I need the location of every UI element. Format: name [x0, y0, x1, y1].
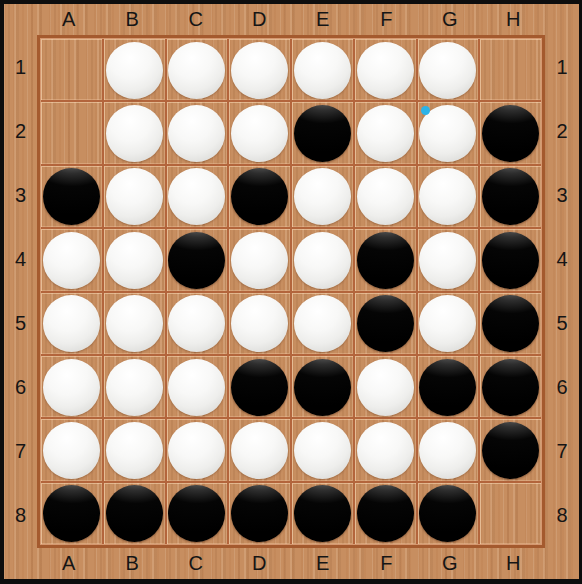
cell-H4[interactable]: ●: [480, 229, 541, 290]
cell-B6[interactable]: ○: [104, 356, 165, 417]
cell-A3[interactable]: ●: [41, 166, 102, 227]
cell-F7[interactable]: ○: [355, 419, 416, 480]
white-disc-glyph: ○: [168, 168, 225, 225]
row-label-right-1: 1: [545, 35, 579, 99]
col-label-top-D: D: [228, 4, 292, 35]
white-disc-glyph: ○: [419, 295, 476, 352]
white-disc-glyph: ○: [357, 105, 414, 162]
row-label-left-7: 7: [4, 420, 37, 484]
black-stone: ●: [168, 232, 225, 289]
black-stone: ●: [106, 485, 163, 542]
col-label-bottom-E: E: [291, 548, 355, 579]
cell-D1[interactable]: ○: [229, 39, 290, 100]
white-stone: ○: [294, 422, 351, 479]
cell-B1[interactable]: ○: [104, 39, 165, 100]
row-label-right-7: 7: [545, 420, 579, 484]
row-labels-left: 12345678: [4, 35, 37, 548]
black-disc-glyph: ●: [231, 359, 288, 416]
white-stone: ○: [419, 422, 476, 479]
column-labels-top: ABCDEFGH: [37, 4, 545, 35]
white-disc-glyph: ○: [294, 232, 351, 289]
black-stone: ●: [357, 485, 414, 542]
cell-C1[interactable]: ○: [167, 39, 228, 100]
white-stone: ○: [43, 295, 100, 352]
white-stone: ○: [43, 232, 100, 289]
white-stone: ○: [357, 168, 414, 225]
othello-board-grid: ○○○○○○○○○●○○●●○○●○○○●○○●○○●○●○○○○○●○●○○○…: [37, 35, 545, 548]
cell-G3[interactable]: ○: [418, 166, 479, 227]
white-disc-glyph: ○: [231, 295, 288, 352]
cell-E8[interactable]: ●: [292, 483, 353, 544]
cell-C7[interactable]: ○: [167, 419, 228, 480]
black-stone: ●: [231, 359, 288, 416]
cell-A2[interactable]: [41, 102, 102, 163]
cell-G1[interactable]: ○: [418, 39, 479, 100]
black-stone: ●: [482, 232, 539, 289]
cell-B4[interactable]: ○: [104, 229, 165, 290]
col-label-top-B: B: [101, 4, 165, 35]
cell-D5[interactable]: ○: [229, 293, 290, 354]
col-label-bottom-A: A: [37, 548, 101, 579]
white-disc-glyph: ○: [357, 42, 414, 99]
white-stone: ○: [43, 359, 100, 416]
white-stone: ○: [231, 295, 288, 352]
cell-D4[interactable]: ○: [229, 229, 290, 290]
black-disc-glyph: ●: [168, 232, 225, 289]
cell-D8[interactable]: ●: [229, 483, 290, 544]
black-stone: ●: [482, 295, 539, 352]
white-stone: ○: [168, 105, 225, 162]
col-label-top-A: A: [37, 4, 101, 35]
white-disc-glyph: ○: [106, 295, 163, 352]
row-label-right-8: 8: [545, 484, 579, 548]
cell-H1[interactable]: [480, 39, 541, 100]
black-stone: ●: [482, 168, 539, 225]
white-disc-glyph: ○: [419, 42, 476, 99]
white-disc-glyph: ○: [231, 422, 288, 479]
cell-G6[interactable]: ●: [418, 356, 479, 417]
cell-G5[interactable]: ○: [418, 293, 479, 354]
black-disc-glyph: ●: [43, 485, 100, 542]
cell-C8[interactable]: ●: [167, 483, 228, 544]
row-label-left-1: 1: [4, 35, 37, 99]
white-stone: ○: [106, 359, 163, 416]
white-stone: ○: [168, 168, 225, 225]
cell-H7[interactable]: ●: [480, 419, 541, 480]
black-disc-glyph: ●: [482, 359, 539, 416]
col-label-bottom-F: F: [355, 548, 419, 579]
white-stone: ○: [419, 295, 476, 352]
cell-G4[interactable]: ○: [418, 229, 479, 290]
cell-E4[interactable]: ○: [292, 229, 353, 290]
white-disc-glyph: ○: [231, 42, 288, 99]
white-stone: ○: [106, 422, 163, 479]
white-stone: ○: [106, 168, 163, 225]
black-stone: ●: [419, 359, 476, 416]
black-stone: ●: [231, 485, 288, 542]
col-label-top-E: E: [291, 4, 355, 35]
row-label-right-2: 2: [545, 99, 579, 163]
black-disc-glyph: ●: [482, 295, 539, 352]
black-disc-glyph: ●: [482, 168, 539, 225]
black-disc-glyph: ●: [357, 232, 414, 289]
row-label-right-3: 3: [545, 163, 579, 227]
black-stone: ●: [43, 485, 100, 542]
cell-C5[interactable]: ○: [167, 293, 228, 354]
white-stone: ○: [419, 232, 476, 289]
cell-C3[interactable]: ○: [167, 166, 228, 227]
black-stone: ●: [294, 105, 351, 162]
col-label-top-G: G: [418, 4, 482, 35]
white-stone: ○: [231, 232, 288, 289]
cell-F3[interactable]: ○: [355, 166, 416, 227]
cell-E3[interactable]: ○: [292, 166, 353, 227]
cell-E2[interactable]: ●: [292, 102, 353, 163]
cell-G2[interactable]: ○: [418, 102, 479, 163]
white-disc-glyph: ○: [168, 42, 225, 99]
white-disc-glyph: ○: [106, 422, 163, 479]
cell-F1[interactable]: ○: [355, 39, 416, 100]
cell-A1[interactable]: [41, 39, 102, 100]
col-label-bottom-D: D: [228, 548, 292, 579]
cell-D3[interactable]: ●: [229, 166, 290, 227]
cell-A4[interactable]: ○: [41, 229, 102, 290]
row-label-right-5: 5: [545, 292, 579, 356]
col-label-top-H: H: [482, 4, 546, 35]
white-disc-glyph: ○: [294, 168, 351, 225]
white-stone: ○: [419, 42, 476, 99]
col-label-top-F: F: [355, 4, 419, 35]
row-label-left-5: 5: [4, 292, 37, 356]
white-disc-glyph: ○: [357, 422, 414, 479]
white-disc-glyph: ○: [106, 232, 163, 289]
white-disc-glyph: ○: [231, 232, 288, 289]
black-disc-glyph: ●: [168, 485, 225, 542]
cell-G7[interactable]: ○: [418, 419, 479, 480]
black-stone: ●: [231, 168, 288, 225]
white-stone: ○: [419, 168, 476, 225]
black-disc-glyph: ●: [482, 422, 539, 479]
cell-H2[interactable]: ●: [480, 102, 541, 163]
white-disc-glyph: ○: [357, 359, 414, 416]
col-label-bottom-G: G: [418, 548, 482, 579]
cell-B8[interactable]: ●: [104, 483, 165, 544]
white-disc-glyph: ○: [43, 232, 100, 289]
cell-F5[interactable]: ●: [355, 293, 416, 354]
white-stone: ○: [294, 168, 351, 225]
black-disc-glyph: ●: [357, 485, 414, 542]
white-disc-glyph: ○: [231, 105, 288, 162]
cell-H8[interactable]: [480, 483, 541, 544]
cell-E7[interactable]: ○: [292, 419, 353, 480]
col-label-bottom-B: B: [101, 548, 165, 579]
white-stone: ○: [106, 105, 163, 162]
white-disc-glyph: ○: [43, 359, 100, 416]
white-disc-glyph: ○: [294, 422, 351, 479]
white-disc-glyph: ○: [294, 42, 351, 99]
white-stone: ○: [294, 295, 351, 352]
black-stone: ●: [482, 422, 539, 479]
white-stone: ○: [357, 42, 414, 99]
white-stone: ○: [168, 42, 225, 99]
cell-H3[interactable]: ●: [480, 166, 541, 227]
cell-E6[interactable]: ●: [292, 356, 353, 417]
cell-B5[interactable]: ○: [104, 293, 165, 354]
black-disc-glyph: ●: [231, 168, 288, 225]
cell-A7[interactable]: ○: [41, 419, 102, 480]
black-stone: ●: [43, 168, 100, 225]
black-disc-glyph: ●: [294, 105, 351, 162]
black-disc-glyph: ●: [482, 105, 539, 162]
row-label-left-6: 6: [4, 356, 37, 420]
col-label-bottom-C: C: [164, 548, 228, 579]
white-disc-glyph: ○: [106, 168, 163, 225]
row-label-left-2: 2: [4, 99, 37, 163]
cell-A6[interactable]: ○: [41, 356, 102, 417]
row-label-right-4: 4: [545, 227, 579, 291]
white-stone: ○: [357, 105, 414, 162]
cell-F2[interactable]: ○: [355, 102, 416, 163]
othello-app-window: ABCDEFGH ABCDEFGH 12345678 12345678 ○○○○…: [0, 0, 582, 584]
cell-E1[interactable]: ○: [292, 39, 353, 100]
white-disc-glyph: ○: [419, 168, 476, 225]
white-disc-glyph: ○: [419, 422, 476, 479]
black-disc-glyph: ●: [231, 485, 288, 542]
row-labels-right: 12345678: [545, 35, 579, 548]
cell-D7[interactable]: ○: [229, 419, 290, 480]
cell-H6[interactable]: ●: [480, 356, 541, 417]
white-stone: ○: [231, 105, 288, 162]
cell-C4[interactable]: ●: [167, 229, 228, 290]
black-stone: ●: [294, 359, 351, 416]
black-stone: ●: [482, 359, 539, 416]
row-label-left-4: 4: [4, 227, 37, 291]
black-stone: ●: [168, 485, 225, 542]
white-stone: ○: [168, 422, 225, 479]
black-disc-glyph: ●: [357, 295, 414, 352]
white-disc-glyph: ○: [43, 422, 100, 479]
black-stone: ●: [419, 485, 476, 542]
black-disc-glyph: ●: [482, 232, 539, 289]
cell-C6[interactable]: ○: [167, 356, 228, 417]
black-disc-glyph: ●: [43, 168, 100, 225]
white-disc-glyph: ○: [168, 295, 225, 352]
white-disc-glyph: ○: [106, 42, 163, 99]
cell-D6[interactable]: ●: [229, 356, 290, 417]
black-disc-glyph: ●: [106, 485, 163, 542]
black-disc-glyph: ●: [419, 485, 476, 542]
cell-A5[interactable]: ○: [41, 293, 102, 354]
cell-D2[interactable]: ○: [229, 102, 290, 163]
cell-G8[interactable]: ●: [418, 483, 479, 544]
black-stone: ●: [482, 105, 539, 162]
col-label-bottom-H: H: [482, 548, 546, 579]
black-stone: ●: [294, 485, 351, 542]
cell-B7[interactable]: ○: [104, 419, 165, 480]
white-disc-glyph: ○: [419, 232, 476, 289]
cell-B3[interactable]: ○: [104, 166, 165, 227]
white-disc-glyph: ○: [106, 359, 163, 416]
white-stone: ○: [357, 359, 414, 416]
col-label-top-C: C: [164, 4, 228, 35]
cell-H5[interactable]: ●: [480, 293, 541, 354]
black-stone: ●: [357, 295, 414, 352]
row-label-left-3: 3: [4, 163, 37, 227]
white-disc-glyph: ○: [357, 168, 414, 225]
white-stone: ○: [231, 42, 288, 99]
white-stone: ○: [294, 232, 351, 289]
row-label-left-8: 8: [4, 484, 37, 548]
white-stone: ○: [357, 422, 414, 479]
white-stone: ○: [168, 295, 225, 352]
white-stone: ○: [106, 42, 163, 99]
white-stone: ○: [294, 42, 351, 99]
black-disc-glyph: ●: [419, 359, 476, 416]
white-stone: ○: [43, 422, 100, 479]
cell-A8[interactable]: ●: [41, 483, 102, 544]
white-disc-glyph: ○: [168, 359, 225, 416]
white-stone: ○: [231, 422, 288, 479]
black-disc-glyph: ●: [294, 359, 351, 416]
black-disc-glyph: ●: [294, 485, 351, 542]
cell-E5[interactable]: ○: [292, 293, 353, 354]
white-disc-glyph: ○: [106, 105, 163, 162]
white-stone: ○: [168, 359, 225, 416]
cell-F4[interactable]: ●: [355, 229, 416, 290]
cell-B2[interactable]: ○: [104, 102, 165, 163]
white-stone: ○: [106, 232, 163, 289]
cell-F8[interactable]: ●: [355, 483, 416, 544]
white-disc-glyph: ○: [168, 422, 225, 479]
row-label-right-6: 6: [545, 356, 579, 420]
move-marker-dot: [421, 106, 430, 115]
cell-C2[interactable]: ○: [167, 102, 228, 163]
white-disc-glyph: ○: [294, 295, 351, 352]
black-stone: ●: [357, 232, 414, 289]
white-stone: ○: [106, 295, 163, 352]
column-labels-bottom: ABCDEFGH: [37, 548, 545, 579]
white-disc-glyph: ○: [43, 295, 100, 352]
white-disc-glyph: ○: [168, 105, 225, 162]
cell-F6[interactable]: ○: [355, 356, 416, 417]
